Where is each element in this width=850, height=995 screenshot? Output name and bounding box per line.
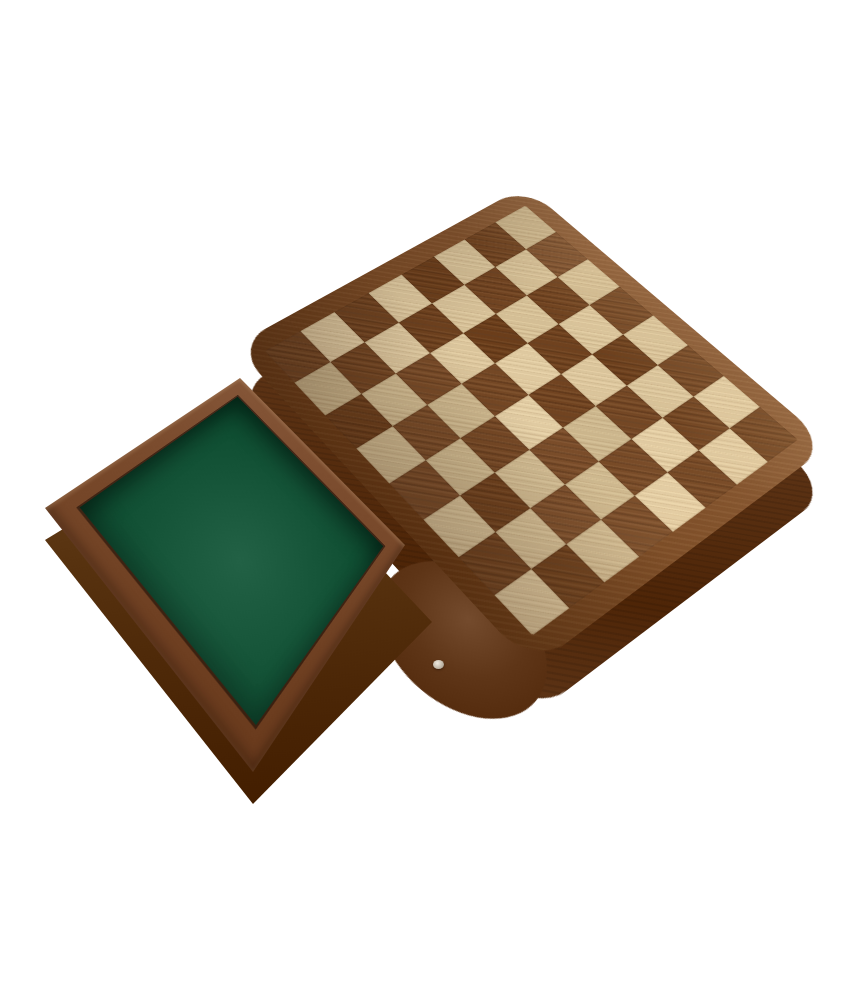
drawer-stop-pin <box>433 660 444 669</box>
product-photo-canvas <box>0 0 850 995</box>
